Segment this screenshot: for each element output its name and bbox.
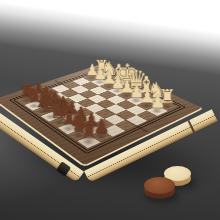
product-photo: ♜♞♝♚♛♝♞♜♟♟♟♟♟♟♟♟♟♟♟♟♟♟♟♟♜♞♝♚♛♝♞♜	[0, 0, 220, 220]
board-frame: ♜♞♝♚♛♝♞♜♟♟♟♟♟♟♟♟♟♟♟♟♟♟♟♟♜♞♝♚♛♝♞♜	[0, 63, 204, 167]
fold-seam-edge-crack	[188, 120, 195, 132]
checker-dark-face	[144, 177, 175, 194]
checker-dark	[144, 177, 175, 194]
